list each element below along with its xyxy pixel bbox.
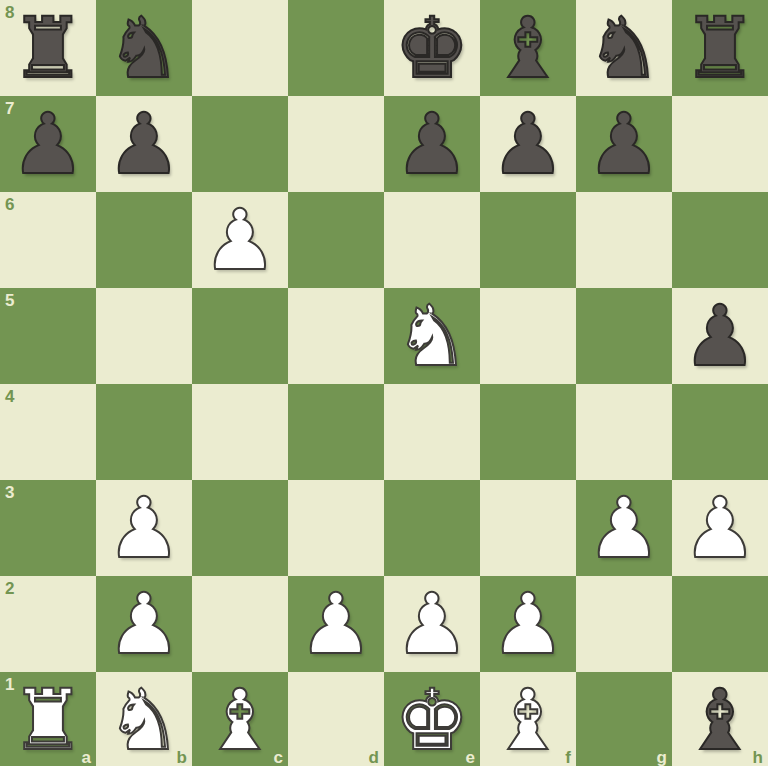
square-h2[interactable] — [672, 576, 768, 672]
white-knight[interactable]: ♞ — [384, 288, 480, 384]
square-e3[interactable] — [384, 480, 480, 576]
square-d1[interactable]: d — [288, 672, 384, 766]
square-g5[interactable] — [576, 288, 672, 384]
square-h4[interactable] — [672, 384, 768, 480]
file-label-g: g — [657, 749, 667, 766]
white-pawn[interactable]: ♟ — [288, 576, 384, 672]
black-pawn[interactable]: ♟ — [0, 96, 96, 192]
square-d4[interactable] — [288, 384, 384, 480]
square-f7[interactable]: ♟ — [480, 96, 576, 192]
square-h6[interactable] — [672, 192, 768, 288]
chess-board-container: 8♜♞♚♝♞♜7♟♟♟♟♟6♟5♞♟43♟♟♟2♟♟♟♟1a♜b♞c♝de♚f♝… — [0, 0, 768, 766]
square-f1[interactable]: f♝ — [480, 672, 576, 766]
square-a1[interactable]: 1a♜ — [0, 672, 96, 766]
file-label-d: d — [369, 749, 379, 766]
square-d8[interactable] — [288, 0, 384, 96]
square-e2[interactable]: ♟ — [384, 576, 480, 672]
square-e7[interactable]: ♟ — [384, 96, 480, 192]
white-pawn[interactable]: ♟ — [672, 480, 768, 576]
square-h7[interactable] — [672, 96, 768, 192]
square-b3[interactable]: ♟ — [96, 480, 192, 576]
black-knight[interactable]: ♞ — [96, 0, 192, 96]
square-f2[interactable]: ♟ — [480, 576, 576, 672]
square-c4[interactable] — [192, 384, 288, 480]
square-g3[interactable]: ♟ — [576, 480, 672, 576]
square-g4[interactable] — [576, 384, 672, 480]
white-pawn[interactable]: ♟ — [96, 576, 192, 672]
square-c6[interactable]: ♟ — [192, 192, 288, 288]
square-d5[interactable] — [288, 288, 384, 384]
rank-label-2: 2 — [5, 580, 14, 597]
rank-label-4: 4 — [5, 388, 14, 405]
square-f6[interactable] — [480, 192, 576, 288]
black-knight[interactable]: ♞ — [576, 0, 672, 96]
square-c7[interactable] — [192, 96, 288, 192]
black-bishop[interactable]: ♝ — [480, 0, 576, 96]
square-a8[interactable]: 8♜ — [0, 0, 96, 96]
white-bishop[interactable]: ♝ — [192, 672, 288, 766]
square-a3[interactable]: 3 — [0, 480, 96, 576]
black-bishop[interactable]: ♝ — [672, 672, 768, 766]
black-king[interactable]: ♚ — [384, 0, 480, 96]
black-rook[interactable]: ♜ — [672, 0, 768, 96]
square-a6[interactable]: 6 — [0, 192, 96, 288]
square-b4[interactable] — [96, 384, 192, 480]
square-c3[interactable] — [192, 480, 288, 576]
square-e8[interactable]: ♚ — [384, 0, 480, 96]
square-f5[interactable] — [480, 288, 576, 384]
white-pawn[interactable]: ♟ — [480, 576, 576, 672]
black-rook[interactable]: ♜ — [0, 0, 96, 96]
square-h8[interactable]: ♜ — [672, 0, 768, 96]
square-f4[interactable] — [480, 384, 576, 480]
square-c5[interactable] — [192, 288, 288, 384]
square-e4[interactable] — [384, 384, 480, 480]
square-g6[interactable] — [576, 192, 672, 288]
white-pawn[interactable]: ♟ — [576, 480, 672, 576]
square-c1[interactable]: c♝ — [192, 672, 288, 766]
square-g1[interactable]: g — [576, 672, 672, 766]
square-h3[interactable]: ♟ — [672, 480, 768, 576]
square-b5[interactable] — [96, 288, 192, 384]
black-pawn[interactable]: ♟ — [96, 96, 192, 192]
rank-label-6: 6 — [5, 196, 14, 213]
square-f8[interactable]: ♝ — [480, 0, 576, 96]
square-b1[interactable]: b♞ — [96, 672, 192, 766]
black-pawn[interactable]: ♟ — [576, 96, 672, 192]
square-h5[interactable]: ♟ — [672, 288, 768, 384]
square-b8[interactable]: ♞ — [96, 0, 192, 96]
square-f3[interactable] — [480, 480, 576, 576]
rank-label-3: 3 — [5, 484, 14, 501]
black-pawn[interactable]: ♟ — [480, 96, 576, 192]
rank-label-5: 5 — [5, 292, 14, 309]
white-pawn[interactable]: ♟ — [192, 192, 288, 288]
square-a7[interactable]: 7♟ — [0, 96, 96, 192]
white-pawn[interactable]: ♟ — [96, 480, 192, 576]
square-a2[interactable]: 2 — [0, 576, 96, 672]
square-a4[interactable]: 4 — [0, 384, 96, 480]
square-c8[interactable] — [192, 0, 288, 96]
square-d6[interactable] — [288, 192, 384, 288]
square-e1[interactable]: e♚ — [384, 672, 480, 766]
square-d7[interactable] — [288, 96, 384, 192]
white-king[interactable]: ♚ — [384, 672, 480, 766]
square-e5[interactable]: ♞ — [384, 288, 480, 384]
square-g2[interactable] — [576, 576, 672, 672]
square-e6[interactable] — [384, 192, 480, 288]
square-g8[interactable]: ♞ — [576, 0, 672, 96]
square-a5[interactable]: 5 — [0, 288, 96, 384]
square-d2[interactable]: ♟ — [288, 576, 384, 672]
white-knight[interactable]: ♞ — [96, 672, 192, 766]
square-c2[interactable] — [192, 576, 288, 672]
square-h1[interactable]: h♝ — [672, 672, 768, 766]
square-b2[interactable]: ♟ — [96, 576, 192, 672]
square-g7[interactable]: ♟ — [576, 96, 672, 192]
black-pawn[interactable]: ♟ — [672, 288, 768, 384]
white-bishop[interactable]: ♝ — [480, 672, 576, 766]
square-b7[interactable]: ♟ — [96, 96, 192, 192]
chess-board: 8♜♞♚♝♞♜7♟♟♟♟♟6♟5♞♟43♟♟♟2♟♟♟♟1a♜b♞c♝de♚f♝… — [0, 0, 768, 766]
white-rook[interactable]: ♜ — [0, 672, 96, 766]
black-pawn[interactable]: ♟ — [384, 96, 480, 192]
square-b6[interactable] — [96, 192, 192, 288]
white-pawn[interactable]: ♟ — [384, 576, 480, 672]
square-d3[interactable] — [288, 480, 384, 576]
